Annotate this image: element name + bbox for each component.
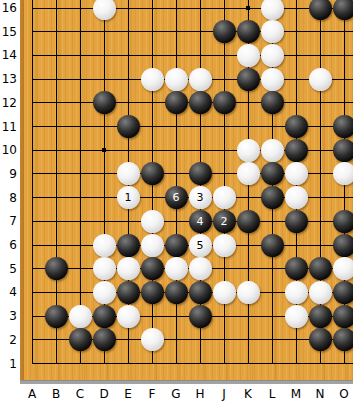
stone-N3[interactable]	[309, 305, 332, 328]
stone-H13[interactable]	[189, 68, 212, 91]
stone-D12[interactable]	[93, 91, 116, 114]
stone-E8-move-1[interactable]: 1	[117, 186, 140, 209]
stone-F4[interactable]	[141, 281, 164, 304]
stone-D16[interactable]	[93, 0, 116, 20]
row-label-8: 8	[0, 191, 17, 205]
col-label-A: A	[22, 387, 42, 401]
stone-E9[interactable]	[117, 162, 140, 185]
stone-N5[interactable]	[309, 257, 332, 280]
col-label-O: O	[334, 387, 353, 401]
col-label-D: D	[94, 387, 114, 401]
stone-B3[interactable]	[45, 305, 68, 328]
stone-G8-move-6[interactable]: 6	[165, 186, 188, 209]
stone-K15[interactable]	[237, 20, 260, 43]
col-label-F: F	[142, 387, 162, 401]
stone-L10[interactable]	[261, 139, 284, 162]
stone-J15[interactable]	[213, 20, 236, 43]
stone-M4[interactable]	[285, 281, 308, 304]
stone-L8[interactable]	[261, 186, 284, 209]
row-label-10: 10	[0, 143, 17, 157]
stone-L16[interactable]	[261, 0, 284, 20]
stone-G13[interactable]	[165, 68, 188, 91]
col-label-E: E	[118, 387, 138, 401]
stone-B5[interactable]	[45, 257, 68, 280]
stone-J7-move-2[interactable]: 2	[213, 210, 236, 233]
col-label-H: H	[190, 387, 210, 401]
stone-J8[interactable]	[213, 186, 236, 209]
stone-G12[interactable]	[165, 91, 188, 114]
stone-H12[interactable]	[189, 91, 212, 114]
stone-H5[interactable]	[189, 257, 212, 280]
stone-O7[interactable]	[333, 210, 353, 233]
row-label-2: 2	[0, 333, 17, 347]
stone-E6[interactable]	[117, 234, 140, 257]
stone-F13[interactable]	[141, 68, 164, 91]
stone-K13[interactable]	[237, 68, 260, 91]
row-label-13: 13	[0, 72, 17, 86]
stone-K4[interactable]	[237, 281, 260, 304]
stone-L13[interactable]	[261, 68, 284, 91]
stone-O6[interactable]	[333, 234, 353, 257]
stone-N13[interactable]	[309, 68, 332, 91]
stone-N2[interactable]	[309, 328, 332, 351]
col-label-B: B	[46, 387, 66, 401]
stone-H9[interactable]	[189, 162, 212, 185]
stone-D4[interactable]	[93, 281, 116, 304]
stone-M10[interactable]	[285, 139, 308, 162]
stone-J12[interactable]	[213, 91, 236, 114]
col-label-G: G	[166, 387, 186, 401]
row-label-1: 1	[0, 357, 17, 371]
stone-L15[interactable]	[261, 20, 284, 43]
stone-G4[interactable]	[165, 281, 188, 304]
row-label-14: 14	[0, 48, 17, 62]
grid-hline-15	[32, 31, 353, 32]
stone-M7[interactable]	[285, 210, 308, 233]
stone-F7[interactable]	[141, 210, 164, 233]
stone-J6[interactable]	[213, 234, 236, 257]
stone-F9[interactable]	[141, 162, 164, 185]
row-label-12: 12	[0, 96, 17, 110]
stone-O3[interactable]	[333, 305, 353, 328]
stone-C2[interactable]	[69, 328, 92, 351]
row-label-9: 9	[0, 167, 17, 181]
col-label-C: C	[70, 387, 90, 401]
stone-M5[interactable]	[285, 257, 308, 280]
stone-E3[interactable]	[117, 305, 140, 328]
stone-H3[interactable]	[189, 305, 212, 328]
column-coordinate-strip: ABCDEFGHJKLMNO	[0, 384, 353, 404]
row-label-5: 5	[0, 262, 17, 276]
stone-C3[interactable]	[69, 305, 92, 328]
row-label-16: 16	[0, 1, 17, 15]
stone-M8[interactable]	[285, 186, 308, 209]
row-label-15: 15	[0, 25, 17, 39]
star-point-K16	[246, 6, 250, 10]
stone-H6-move-5[interactable]: 5	[189, 234, 212, 257]
stone-O5[interactable]	[333, 257, 353, 280]
stone-D2[interactable]	[93, 328, 116, 351]
stone-G5[interactable]	[165, 257, 188, 280]
row-coordinate-strip: 16151413121110987654321	[0, 0, 20, 404]
row-label-3: 3	[0, 309, 17, 323]
stone-O11[interactable]	[333, 115, 353, 138]
col-label-L: L	[262, 387, 282, 401]
stone-M9[interactable]	[285, 162, 308, 185]
col-label-J: J	[214, 387, 234, 401]
row-label-4: 4	[0, 285, 17, 299]
stone-M11[interactable]	[285, 115, 308, 138]
stone-D5[interactable]	[93, 257, 116, 280]
stone-K9[interactable]	[237, 162, 260, 185]
grid-hline-14	[32, 55, 353, 56]
stone-K10[interactable]	[237, 139, 260, 162]
stone-F5[interactable]	[141, 257, 164, 280]
col-label-M: M	[286, 387, 306, 401]
row-label-7: 7	[0, 214, 17, 228]
stone-N4[interactable]	[309, 281, 332, 304]
star-point-D10	[102, 148, 106, 152]
go-board-screenshot: 163425 16151413121110987654321 ABCDEFGHJ…	[0, 0, 353, 404]
stone-O4[interactable]	[333, 281, 353, 304]
stone-F2[interactable]	[141, 328, 164, 351]
stone-F6[interactable]	[141, 234, 164, 257]
stone-L12[interactable]	[261, 91, 284, 114]
stone-H8-move-3[interactable]: 3	[189, 186, 212, 209]
stone-H7-move-4[interactable]: 4	[189, 210, 212, 233]
stone-E5[interactable]	[117, 257, 140, 280]
stone-D6[interactable]	[93, 234, 116, 257]
stone-K7[interactable]	[237, 210, 260, 233]
stone-O10[interactable]	[333, 139, 353, 162]
grid-hline-16	[32, 8, 353, 9]
stone-D3[interactable]	[93, 305, 116, 328]
grid-hline-1	[32, 363, 353, 364]
stone-L9[interactable]	[261, 162, 284, 185]
stone-N16[interactable]	[309, 0, 332, 20]
stone-J4[interactable]	[213, 281, 236, 304]
stone-K14[interactable]	[237, 44, 260, 67]
stone-O16[interactable]	[333, 0, 353, 20]
stone-G6[interactable]	[165, 234, 188, 257]
row-label-11: 11	[0, 120, 17, 134]
stone-M3[interactable]	[285, 305, 308, 328]
stone-E4[interactable]	[117, 281, 140, 304]
row-label-6: 6	[0, 238, 17, 252]
board-left-edge	[20, 0, 24, 380]
stone-E11[interactable]	[117, 115, 140, 138]
stone-L14[interactable]	[261, 44, 284, 67]
col-label-K: K	[238, 387, 258, 401]
stone-H4[interactable]	[189, 281, 212, 304]
stone-L6[interactable]	[261, 234, 284, 257]
col-label-N: N	[310, 387, 330, 401]
